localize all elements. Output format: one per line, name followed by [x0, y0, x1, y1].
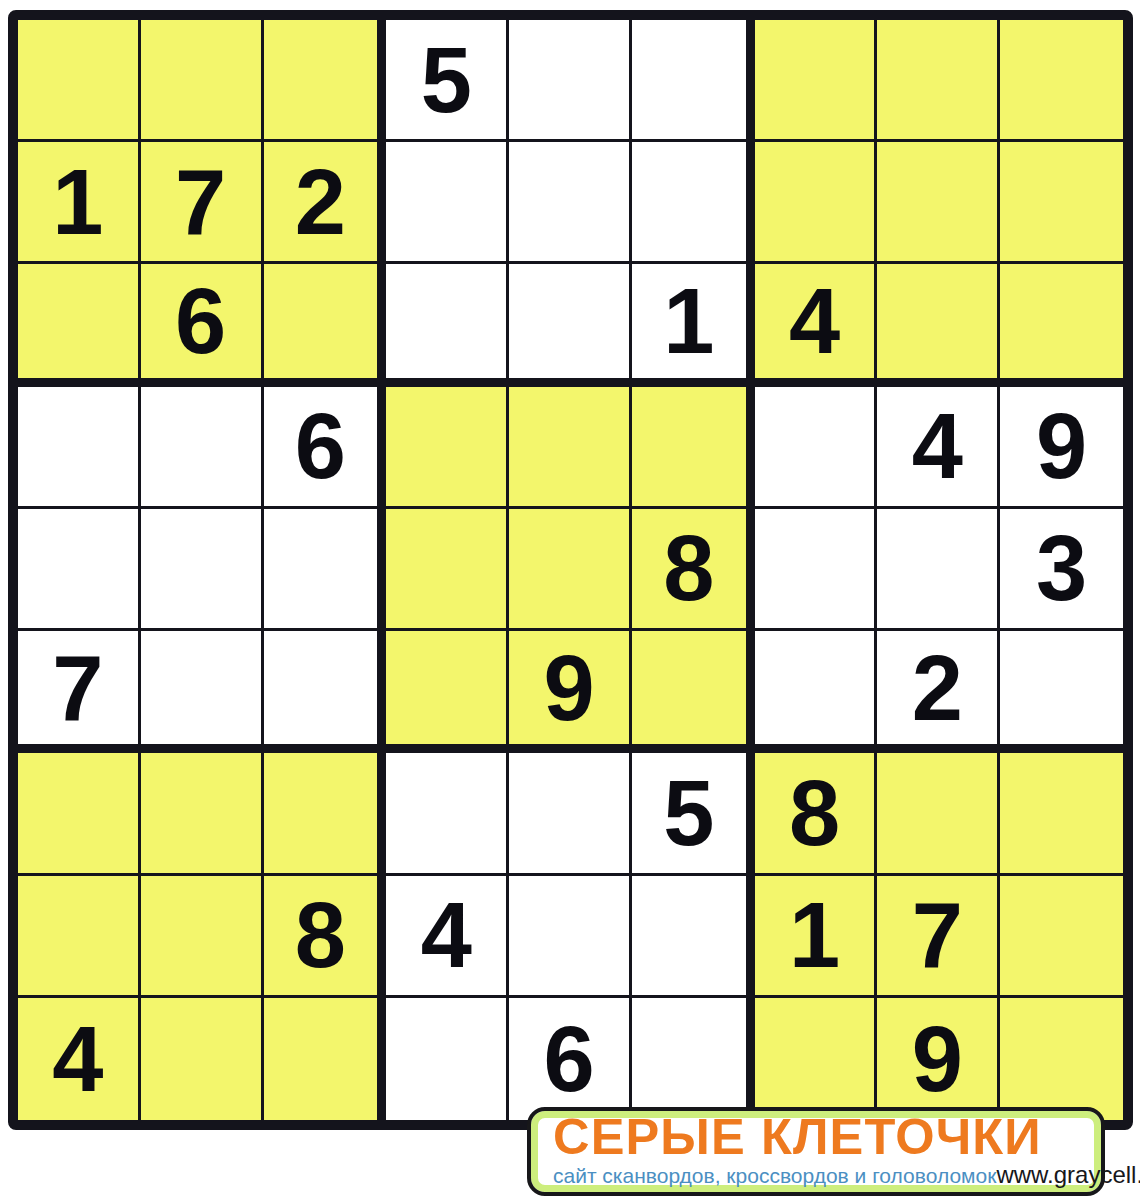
cell-r3c3[interactable] [264, 264, 387, 386]
page: 517261464983792588417469 СЕРЫЕ КЛЕТОЧКИ … [0, 0, 1140, 1200]
cell-r4c7[interactable] [755, 387, 878, 509]
cell-r6c6[interactable] [632, 631, 755, 753]
cell-r8c4[interactable]: 4 [386, 876, 509, 998]
cell-r1c6[interactable] [632, 20, 755, 142]
site-logo: СЕРЫЕ КЛЕТОЧКИ сайт сканвордов, кроссвор… [527, 1107, 1105, 1196]
cell-r2c9[interactable] [1000, 142, 1123, 264]
cell-r1c9[interactable] [1000, 20, 1123, 142]
cell-r8c5[interactable] [509, 876, 632, 998]
cell-r3c6[interactable]: 1 [632, 264, 755, 386]
site-url: www.graycell.ru [996, 1162, 1140, 1188]
cell-r7c6[interactable]: 5 [632, 753, 755, 875]
site-title: СЕРЫЕ КЛЕТОЧКИ [553, 1112, 1132, 1162]
cell-r7c1[interactable] [18, 753, 141, 875]
cell-r9c3[interactable] [264, 998, 387, 1120]
cell-r4c9[interactable]: 9 [1000, 387, 1123, 509]
cell-r1c1[interactable] [18, 20, 141, 142]
cell-r7c8[interactable] [877, 753, 1000, 875]
cell-r8c7[interactable]: 1 [755, 876, 878, 998]
cell-r1c8[interactable] [877, 20, 1000, 142]
cell-r8c9[interactable] [1000, 876, 1123, 998]
cell-r9c8[interactable]: 9 [877, 998, 1000, 1120]
cell-r1c5[interactable] [509, 20, 632, 142]
cell-r5c8[interactable] [877, 509, 1000, 631]
cell-r2c3[interactable]: 2 [264, 142, 387, 264]
cell-r9c5[interactable]: 6 [509, 998, 632, 1120]
cell-r6c1[interactable]: 7 [18, 631, 141, 753]
cell-r3c1[interactable] [18, 264, 141, 386]
cell-r2c1[interactable]: 1 [18, 142, 141, 264]
cell-r2c4[interactable] [386, 142, 509, 264]
cell-r7c7[interactable]: 8 [755, 753, 878, 875]
cell-r7c4[interactable] [386, 753, 509, 875]
cell-r9c6[interactable] [632, 998, 755, 1120]
cell-r6c4[interactable] [386, 631, 509, 753]
cell-r5c1[interactable] [18, 509, 141, 631]
site-subtitle: сайт сканвордов, кроссвордов и головолом… [553, 1164, 996, 1187]
cell-r5c3[interactable] [264, 509, 387, 631]
cell-r4c3[interactable]: 6 [264, 387, 387, 509]
cell-r1c2[interactable] [141, 20, 264, 142]
cell-r7c2[interactable] [141, 753, 264, 875]
cell-r9c9[interactable] [1000, 998, 1123, 1120]
cell-r7c9[interactable] [1000, 753, 1123, 875]
cell-r5c7[interactable] [755, 509, 878, 631]
cell-r1c7[interactable] [755, 20, 878, 142]
cell-r3c4[interactable] [386, 264, 509, 386]
cell-r5c6[interactable]: 8 [632, 509, 755, 631]
cell-r1c4[interactable]: 5 [386, 20, 509, 142]
cell-r2c8[interactable] [877, 142, 1000, 264]
cell-r7c3[interactable] [264, 753, 387, 875]
cell-r7c5[interactable] [509, 753, 632, 875]
cell-r9c2[interactable] [141, 998, 264, 1120]
cell-r5c2[interactable] [141, 509, 264, 631]
cell-r4c8[interactable]: 4 [877, 387, 1000, 509]
cell-r2c6[interactable] [632, 142, 755, 264]
cell-r8c6[interactable] [632, 876, 755, 998]
cell-r6c8[interactable]: 2 [877, 631, 1000, 753]
cell-r9c4[interactable] [386, 998, 509, 1120]
cell-r6c9[interactable] [1000, 631, 1123, 753]
cell-r2c5[interactable] [509, 142, 632, 264]
cell-r2c2[interactable]: 7 [141, 142, 264, 264]
cell-r3c5[interactable] [509, 264, 632, 386]
cell-r3c9[interactable] [1000, 264, 1123, 386]
cell-r8c3[interactable]: 8 [264, 876, 387, 998]
cell-r6c5[interactable]: 9 [509, 631, 632, 753]
cell-r5c4[interactable] [386, 509, 509, 631]
cell-r6c3[interactable] [264, 631, 387, 753]
site-logo-row: сайт сканвордов, кроссвордов и головолом… [553, 1162, 1079, 1188]
cell-r6c7[interactable] [755, 631, 878, 753]
cell-r5c5[interactable] [509, 509, 632, 631]
cell-r3c7[interactable]: 4 [755, 264, 878, 386]
cell-r8c1[interactable] [18, 876, 141, 998]
sudoku-board: 517261464983792588417469 [8, 10, 1133, 1130]
cell-r2c7[interactable] [755, 142, 878, 264]
cell-r4c6[interactable] [632, 387, 755, 509]
cell-r6c2[interactable] [141, 631, 264, 753]
cell-r4c5[interactable] [509, 387, 632, 509]
cell-r4c4[interactable] [386, 387, 509, 509]
cell-r3c8[interactable] [877, 264, 1000, 386]
cell-r4c1[interactable] [18, 387, 141, 509]
cell-r9c1[interactable]: 4 [18, 998, 141, 1120]
cell-r3c2[interactable]: 6 [141, 264, 264, 386]
cell-r8c2[interactable] [141, 876, 264, 998]
cell-r8c8[interactable]: 7 [877, 876, 1000, 998]
cell-r5c9[interactable]: 3 [1000, 509, 1123, 631]
cell-r9c7[interactable] [755, 998, 878, 1120]
cell-r1c3[interactable] [264, 20, 387, 142]
cell-r4c2[interactable] [141, 387, 264, 509]
